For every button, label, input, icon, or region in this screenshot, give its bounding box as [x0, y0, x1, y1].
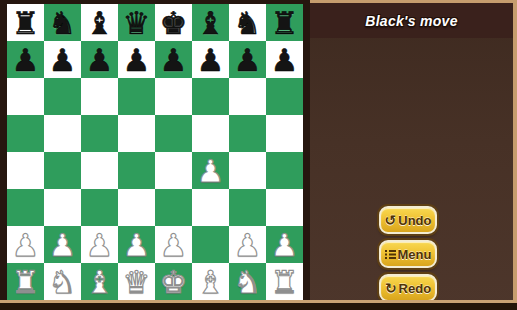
square-d4[interactable] — [118, 152, 155, 189]
chess-board: ♜♞♝♛♚♝♞♜♟♟♟♟♟♟♟♟♟♟♟♟♟♟♟♟♜♞♝♛♚♝♞♜ — [7, 4, 303, 300]
status-text: Black's move — [365, 13, 458, 29]
square-f3[interactable] — [192, 189, 229, 226]
black-queen-piece: ♛ — [118, 4, 155, 41]
white-pawn-piece: ♟ — [229, 226, 266, 263]
square-c6[interactable] — [81, 78, 118, 115]
black-knight-piece: ♞ — [44, 4, 81, 41]
white-pawn-piece: ♟ — [118, 226, 155, 263]
square-b7[interactable]: ♟ — [44, 41, 81, 78]
side-panel: Black's move ↺ Undo Menu — [310, 0, 517, 310]
black-pawn-piece: ♟ — [155, 41, 192, 78]
menu-button-label: Menu — [398, 247, 432, 262]
square-a5[interactable] — [7, 115, 44, 152]
square-g8[interactable]: ♞ — [229, 4, 266, 41]
black-bishop-piece: ♝ — [192, 4, 229, 41]
undo-button-label: Undo — [398, 213, 431, 228]
square-c8[interactable]: ♝ — [81, 4, 118, 41]
black-pawn-piece: ♟ — [44, 41, 81, 78]
menu-button[interactable]: Menu — [379, 240, 437, 268]
square-e3[interactable] — [155, 189, 192, 226]
square-f5[interactable] — [192, 115, 229, 152]
chess-app: ♜♞♝♛♚♝♞♜♟♟♟♟♟♟♟♟♟♟♟♟♟♟♟♟♜♞♝♛♚♝♞♜ Black's… — [0, 0, 517, 310]
square-a6[interactable] — [7, 78, 44, 115]
black-king-piece: ♚ — [155, 4, 192, 41]
redo-button[interactable]: ↻ Redo — [379, 274, 437, 302]
square-d2[interactable]: ♟ — [118, 226, 155, 263]
white-rook-piece: ♜ — [7, 263, 44, 300]
square-c2[interactable]: ♟ — [81, 226, 118, 263]
square-h5[interactable] — [266, 115, 303, 152]
white-bishop-piece: ♝ — [192, 263, 229, 300]
square-g1[interactable]: ♞ — [229, 263, 266, 300]
white-queen-piece: ♛ — [118, 263, 155, 300]
square-e2[interactable]: ♟ — [155, 226, 192, 263]
black-pawn-piece: ♟ — [229, 41, 266, 78]
square-f2[interactable] — [192, 226, 229, 263]
white-pawn-piece: ♟ — [7, 226, 44, 263]
black-rook-piece: ♜ — [266, 4, 303, 41]
chess-board-frame: ♜♞♝♛♚♝♞♜♟♟♟♟♟♟♟♟♟♟♟♟♟♟♟♟♜♞♝♛♚♝♞♜ — [0, 0, 310, 310]
square-e5[interactable] — [155, 115, 192, 152]
square-a7[interactable]: ♟ — [7, 41, 44, 78]
square-f7[interactable]: ♟ — [192, 41, 229, 78]
square-a3[interactable] — [7, 189, 44, 226]
square-e4[interactable] — [155, 152, 192, 189]
square-d8[interactable]: ♛ — [118, 4, 155, 41]
square-h3[interactable] — [266, 189, 303, 226]
square-d7[interactable]: ♟ — [118, 41, 155, 78]
square-f6[interactable] — [192, 78, 229, 115]
button-column: ↺ Undo Menu ↻ Redo — [379, 206, 437, 302]
redo-arrow-icon: ↻ — [385, 281, 397, 295]
white-pawn-piece: ♟ — [81, 226, 118, 263]
square-g6[interactable] — [229, 78, 266, 115]
square-b8[interactable]: ♞ — [44, 4, 81, 41]
white-pawn-piece: ♟ — [44, 226, 81, 263]
white-knight-piece: ♞ — [229, 263, 266, 300]
black-knight-piece: ♞ — [229, 4, 266, 41]
black-rook-piece: ♜ — [7, 4, 44, 41]
white-bishop-piece: ♝ — [81, 263, 118, 300]
square-h1[interactable]: ♜ — [266, 263, 303, 300]
square-a1[interactable]: ♜ — [7, 263, 44, 300]
black-pawn-piece: ♟ — [266, 41, 303, 78]
black-pawn-piece: ♟ — [7, 41, 44, 78]
square-h8[interactable]: ♜ — [266, 4, 303, 41]
white-pawn-piece: ♟ — [266, 226, 303, 263]
black-pawn-piece: ♟ — [118, 41, 155, 78]
square-e8[interactable]: ♚ — [155, 4, 192, 41]
square-h4[interactable] — [266, 152, 303, 189]
black-pawn-piece: ♟ — [192, 41, 229, 78]
square-b2[interactable]: ♟ — [44, 226, 81, 263]
square-c7[interactable]: ♟ — [81, 41, 118, 78]
list-icon — [385, 249, 396, 260]
square-b6[interactable] — [44, 78, 81, 115]
white-rook-piece: ♜ — [266, 263, 303, 300]
square-d5[interactable] — [118, 115, 155, 152]
undo-button[interactable]: ↺ Undo — [379, 206, 437, 234]
square-a4[interactable] — [7, 152, 44, 189]
white-knight-piece: ♞ — [44, 263, 81, 300]
bottom-frame-line — [0, 300, 517, 310]
square-c4[interactable] — [81, 152, 118, 189]
white-pawn-piece: ♟ — [192, 152, 229, 189]
square-g2[interactable]: ♟ — [229, 226, 266, 263]
white-pawn-piece: ♟ — [155, 226, 192, 263]
square-g5[interactable] — [229, 115, 266, 152]
status-bar: Black's move — [310, 3, 513, 38]
square-e7[interactable]: ♟ — [155, 41, 192, 78]
square-h6[interactable] — [266, 78, 303, 115]
square-h2[interactable]: ♟ — [266, 226, 303, 263]
undo-arrow-icon: ↺ — [385, 213, 397, 227]
black-pawn-piece: ♟ — [81, 41, 118, 78]
square-g3[interactable] — [229, 189, 266, 226]
square-b5[interactable] — [44, 115, 81, 152]
square-e1[interactable]: ♚ — [155, 263, 192, 300]
square-d6[interactable] — [118, 78, 155, 115]
black-bishop-piece: ♝ — [81, 4, 118, 41]
square-c1[interactable]: ♝ — [81, 263, 118, 300]
square-d3[interactable] — [118, 189, 155, 226]
square-a2[interactable]: ♟ — [7, 226, 44, 263]
square-a8[interactable]: ♜ — [7, 4, 44, 41]
square-c3[interactable] — [81, 189, 118, 226]
square-e6[interactable] — [155, 78, 192, 115]
square-d1[interactable]: ♛ — [118, 263, 155, 300]
square-c5[interactable] — [81, 115, 118, 152]
square-f1[interactable]: ♝ — [192, 263, 229, 300]
square-b1[interactable]: ♞ — [44, 263, 81, 300]
square-b3[interactable] — [44, 189, 81, 226]
square-f8[interactable]: ♝ — [192, 4, 229, 41]
square-g7[interactable]: ♟ — [229, 41, 266, 78]
square-b4[interactable] — [44, 152, 81, 189]
white-king-piece: ♚ — [155, 263, 192, 300]
redo-button-label: Redo — [399, 281, 432, 296]
square-h7[interactable]: ♟ — [266, 41, 303, 78]
square-f4[interactable]: ♟ — [192, 152, 229, 189]
square-g4[interactable] — [229, 152, 266, 189]
